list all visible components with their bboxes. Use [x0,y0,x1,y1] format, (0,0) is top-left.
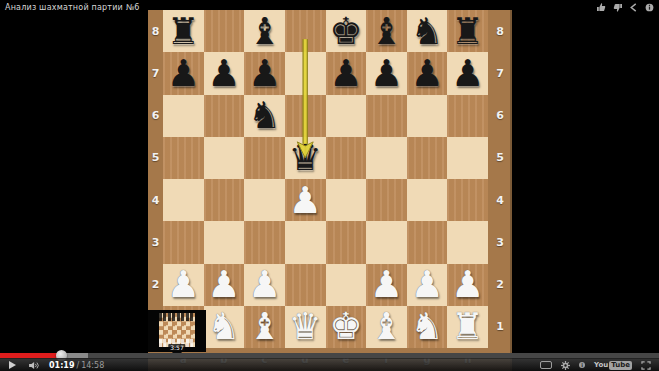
rank-label-8-right: 8 [488,25,512,38]
square-h4 [447,179,488,221]
seek-preview-time: 3:57 [168,344,185,351]
square-g8: ♞ [407,10,448,52]
rank-label-2-right: 2 [488,278,512,291]
square-a7: ♟ [163,52,204,94]
piece-black-pawn: ♟ [248,55,281,92]
square-g3 [407,221,448,263]
square-b5 [204,137,245,179]
square-d8 [285,10,326,52]
square-e6 [326,95,367,137]
square-h2: ♟ [447,264,488,306]
piece-black-pawn: ♟ [207,55,240,92]
square-h7: ♟ [447,52,488,94]
piece-black-pawn: ♟ [370,55,403,92]
square-b2: ♟ [204,264,245,306]
info-icon[interactable] [645,3,654,12]
square-e7: ♟ [326,52,367,94]
rank-label-8-left: 8 [148,25,163,38]
youtube-logo[interactable]: You Tube [594,361,632,370]
square-a2: ♟ [163,264,204,306]
square-h8: ♜ [447,10,488,52]
square-f7: ♟ [366,52,407,94]
rank-label-5-right: 5 [488,151,512,164]
square-d6 [285,95,326,137]
piece-white-king: ♚ [329,308,362,345]
rank-label-5-left: 5 [148,151,163,164]
thumbs-down-icon[interactable] [613,3,622,12]
youtube-logo-you: You [594,361,608,369]
piece-black-bishop: ♝ [248,13,281,50]
square-h5 [447,137,488,179]
rank-labels-right: 87654321 [488,10,512,348]
square-f4 [366,179,407,221]
square-b1: ♞ [204,306,245,348]
piece-black-rook: ♜ [451,13,484,50]
rank-label-6-right: 6 [488,109,512,122]
captions-button[interactable] [540,361,552,369]
square-a6 [163,95,204,137]
piece-black-pawn: ♟ [451,55,484,92]
square-c4 [244,179,285,221]
piece-white-bishop: ♝ [370,308,403,345]
square-e8: ♚ [326,10,367,52]
piece-white-pawn: ♟ [410,266,443,303]
square-c3 [244,221,285,263]
square-f6 [366,95,407,137]
rank-label-7-left: 7 [148,67,163,80]
share-icon[interactable] [629,3,638,12]
square-h1: ♜ [447,306,488,348]
volume-button[interactable] [29,361,40,370]
square-g6 [407,95,448,137]
seek-preview-tooltip: 3:57 [148,310,206,352]
fullscreen-icon [641,361,651,370]
play-button[interactable] [9,361,16,369]
square-d2 [285,264,326,306]
square-e2 [326,264,367,306]
piece-black-pawn: ♟ [329,55,362,92]
piece-black-queen: ♛ [289,139,322,176]
piece-white-rook: ♜ [451,308,484,345]
piece-black-king: ♚ [329,13,362,50]
square-d7 [285,52,326,94]
square-g1: ♞ [407,306,448,348]
rank-label-6-left: 6 [148,109,163,122]
square-c2: ♟ [244,264,285,306]
square-c1: ♝ [244,306,285,348]
rank-labels-left: 87654321 [148,10,163,348]
square-b6 [204,95,245,137]
volume-icon [29,361,40,370]
seek-preview-thumbnail [159,313,195,347]
piece-white-pawn: ♟ [370,266,403,303]
square-b8 [204,10,245,52]
rank-label-1-right: 1 [488,320,512,333]
square-f3 [366,221,407,263]
annotations-icon: i [581,362,583,368]
rank-label-3-left: 3 [148,236,163,249]
square-g5 [407,137,448,179]
controls-right: i You Tube [540,361,651,370]
piece-white-pawn: ♟ [167,266,200,303]
time-separator: / [76,361,79,370]
piece-black-bishop: ♝ [370,13,403,50]
square-e5 [326,137,367,179]
square-a8: ♜ [163,10,204,52]
square-f8: ♝ [366,10,407,52]
fullscreen-button[interactable] [641,361,651,370]
thumbs-up-icon[interactable] [597,3,606,12]
square-h6 [447,95,488,137]
square-g7: ♟ [407,52,448,94]
rank-label-4-left: 4 [148,194,163,207]
square-f5 [366,137,407,179]
square-c6: ♞ [244,95,285,137]
square-c8: ♝ [244,10,285,52]
youtube-logo-tube: Tube [609,361,632,370]
square-a3 [163,221,204,263]
square-e4 [326,179,367,221]
piece-white-bishop: ♝ [248,308,281,345]
square-c5 [244,137,285,179]
top-action-bar [597,2,654,13]
square-g2: ♟ [407,264,448,306]
square-d5: ♛ [285,137,326,179]
piece-white-queen: ♛ [289,308,322,345]
time-total: 14:58 [81,361,104,370]
rank-label-3-right: 3 [488,236,512,249]
piece-white-knight: ♞ [410,308,443,345]
board-squares: ♜♝♚♝♞♜♟♟♟♟♟♟♟♞♛♟♟♟♟♟♟♟♜♞♝♛♚♝♞♜ [163,10,488,348]
control-bar: 01:19/14:58 i You Tube [0,358,659,371]
piece-black-knight: ♞ [410,13,443,50]
settings-button[interactable] [561,361,570,370]
piece-white-pawn: ♟ [451,266,484,303]
square-e3 [326,221,367,263]
piece-black-rook: ♜ [167,13,200,50]
square-d3 [285,221,326,263]
square-d4: ♟ [285,179,326,221]
controls-left: 01:19/14:58 [0,361,104,370]
rank-label-7-right: 7 [488,67,512,80]
piece-black-pawn: ♟ [410,55,443,92]
square-f1: ♝ [366,306,407,348]
piece-white-pawn: ♟ [289,182,322,219]
square-b3 [204,221,245,263]
square-a4 [163,179,204,221]
square-f2: ♟ [366,264,407,306]
square-g4 [407,179,448,221]
square-c7: ♟ [244,52,285,94]
gear-icon [561,361,570,370]
rank-label-4-right: 4 [488,194,512,207]
piece-white-knight: ♞ [207,308,240,345]
square-b7: ♟ [204,52,245,94]
square-a5 [163,137,204,179]
time-display: 01:19/14:58 [49,361,104,370]
piece-white-pawn: ♟ [207,266,240,303]
time-current: 01:19 [49,361,74,370]
square-e1: ♚ [326,306,367,348]
square-h3 [447,221,488,263]
piece-black-pawn: ♟ [167,55,200,92]
rank-label-2-left: 2 [148,278,163,291]
piece-black-knight: ♞ [248,97,281,134]
piece-white-pawn: ♟ [248,266,281,303]
video-player[interactable]: Анализ шахматной партии №6 87654321 ♜♝♚♝… [0,0,659,371]
square-d1: ♛ [285,306,326,348]
annotations-button[interactable]: i [579,362,585,368]
video-title: Анализ шахматной партии №6 [5,3,140,12]
square-b4 [204,179,245,221]
